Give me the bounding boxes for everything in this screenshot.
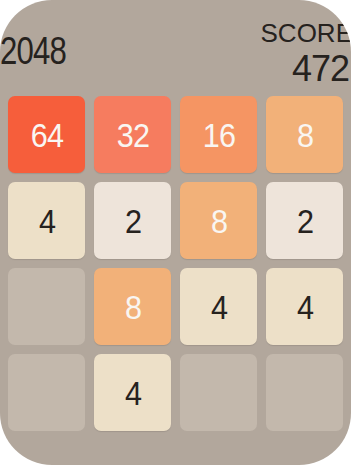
tile-value: 8 [210, 204, 226, 238]
tile-value: 64 [30, 118, 62, 152]
tile-8: 8 [180, 182, 257, 259]
tile-4: 4 [180, 268, 257, 345]
tile-16: 16 [180, 96, 257, 173]
tile-32: 32 [94, 96, 171, 173]
score-value: 472 [292, 55, 349, 83]
empty-cell [8, 354, 85, 431]
board[interactable]: 643216842828444 [8, 96, 343, 431]
tile-value: 8 [296, 118, 312, 152]
tile-value: 4 [296, 290, 312, 324]
tile-value: 8 [124, 290, 140, 324]
tile-2: 2 [266, 182, 343, 259]
tile-value: 16 [202, 118, 234, 152]
tile-value: 4 [210, 290, 226, 324]
tile-value: 2 [296, 204, 312, 238]
tile-8: 8 [94, 268, 171, 345]
tile-4: 4 [94, 354, 171, 431]
tile-2: 2 [94, 182, 171, 259]
empty-cell [8, 268, 85, 345]
app-title: 2048 [0, 36, 66, 67]
tile-4: 4 [266, 268, 343, 345]
app-2048: 2048 SCORE 472 643216842828444 [0, 0, 351, 465]
tile-4: 4 [8, 182, 85, 259]
tile-value: 4 [38, 204, 54, 238]
tile-value: 2 [124, 204, 140, 238]
empty-cell [266, 354, 343, 431]
tile-value: 4 [124, 376, 140, 410]
empty-cell [180, 354, 257, 431]
tile-64: 64 [8, 96, 85, 173]
tile-value: 32 [116, 118, 148, 152]
score-label: SCORE [261, 23, 351, 43]
tile-8: 8 [266, 96, 343, 173]
